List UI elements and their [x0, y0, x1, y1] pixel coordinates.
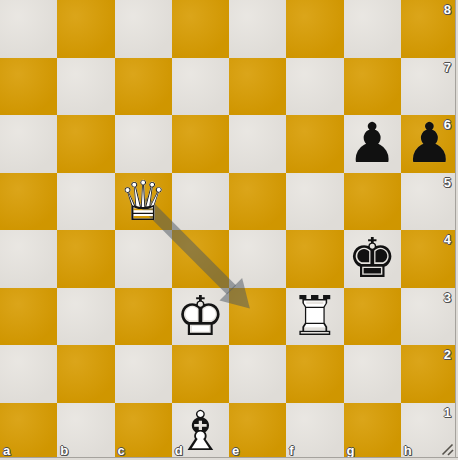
file-label-g: g	[347, 443, 355, 458]
rank-label-5: 5	[444, 175, 451, 190]
rank-label-4: 4	[444, 232, 451, 247]
file-label-f: f	[289, 443, 293, 458]
file-label-d: d	[175, 443, 183, 458]
chess-board: ♛♕♟♟♚♚♔♜♖♝♗ abcdefgh87654321	[0, 0, 458, 460]
resize-handle-icon[interactable]	[440, 442, 454, 456]
rank-label-8: 8	[444, 2, 451, 17]
file-label-b: b	[60, 443, 68, 458]
file-label-h: h	[404, 443, 412, 458]
file-label-a: a	[3, 443, 10, 458]
rank-label-3: 3	[444, 290, 451, 305]
rank-label-2: 2	[444, 347, 451, 362]
file-label-e: e	[232, 443, 239, 458]
file-label-c: c	[118, 443, 125, 458]
coordinates-layer: abcdefgh87654321	[0, 0, 458, 460]
rank-label-1: 1	[444, 405, 451, 420]
rank-label-6: 6	[444, 117, 451, 132]
rank-label-7: 7	[444, 60, 451, 75]
